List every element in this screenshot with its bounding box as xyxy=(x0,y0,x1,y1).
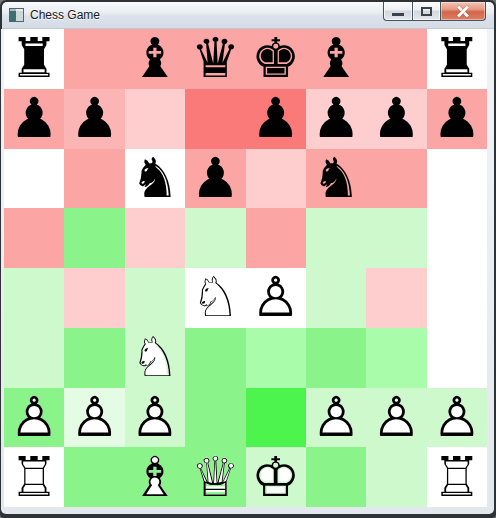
square-g7[interactable]: ♟ xyxy=(366,89,426,149)
square-e8[interactable]: ♚ xyxy=(246,29,306,89)
square-h3[interactable] xyxy=(427,328,487,388)
piece-white-rook-fill: ♜ xyxy=(427,447,487,507)
square-b5[interactable] xyxy=(64,208,124,268)
maximize-button[interactable] xyxy=(412,2,441,21)
piece-white-rook: ♖ xyxy=(427,447,487,507)
square-d6[interactable]: ♟ xyxy=(185,149,245,209)
piece-white-pawn-fill: ♟ xyxy=(4,388,64,448)
piece-white-knight: ♘ xyxy=(185,268,245,328)
square-a5[interactable] xyxy=(4,208,64,268)
maximize-icon xyxy=(421,7,432,16)
square-b8[interactable] xyxy=(64,29,124,89)
chess-game-window: Chess Game ♜♝♛♚♝♜♟♟♟♟♟♟♞♟♞♞♘♟♙♞♘♟♙♟♙♟♙♟♙… xyxy=(0,0,496,518)
piece-black-knight: ♞ xyxy=(306,149,366,209)
square-a1[interactable]: ♜♖ xyxy=(4,447,64,507)
square-h2[interactable]: ♟♙ xyxy=(427,388,487,448)
square-e4[interactable]: ♟♙ xyxy=(246,268,306,328)
minimize-icon xyxy=(392,13,404,16)
square-f8[interactable]: ♝ xyxy=(306,29,366,89)
square-f3[interactable] xyxy=(306,328,366,388)
square-e5[interactable] xyxy=(246,208,306,268)
square-e3[interactable] xyxy=(246,328,306,388)
square-g3[interactable] xyxy=(366,328,426,388)
piece-white-king: ♔ xyxy=(246,447,306,507)
square-g5[interactable] xyxy=(366,208,426,268)
square-e2[interactable] xyxy=(246,388,306,448)
square-f2[interactable]: ♟♙ xyxy=(306,388,366,448)
square-b1[interactable] xyxy=(64,447,124,507)
piece-white-pawn-fill: ♟ xyxy=(246,268,306,328)
square-g1[interactable] xyxy=(366,447,426,507)
piece-white-queen: ♕ xyxy=(185,447,245,507)
minimize-button[interactable] xyxy=(383,2,412,21)
piece-white-pawn: ♙ xyxy=(306,388,366,448)
square-b2[interactable]: ♟♙ xyxy=(64,388,124,448)
square-a2[interactable]: ♟♙ xyxy=(4,388,64,448)
piece-black-king: ♚ xyxy=(246,29,306,89)
square-d1[interactable]: ♛♕ xyxy=(185,447,245,507)
square-d2[interactable] xyxy=(185,388,245,448)
square-f4[interactable] xyxy=(306,268,366,328)
square-e6[interactable] xyxy=(246,149,306,209)
square-b3[interactable] xyxy=(64,328,124,388)
piece-black-pawn: ♟ xyxy=(306,89,366,149)
square-e1[interactable]: ♚♔ xyxy=(246,447,306,507)
square-h1[interactable]: ♜♖ xyxy=(427,447,487,507)
square-g4[interactable] xyxy=(366,268,426,328)
application-icon[interactable] xyxy=(9,8,24,22)
piece-white-bishop-fill: ♝ xyxy=(125,447,185,507)
square-c7[interactable] xyxy=(125,89,185,149)
piece-white-pawn: ♙ xyxy=(246,268,306,328)
window-controls xyxy=(383,2,486,22)
piece-white-pawn-fill: ♟ xyxy=(306,388,366,448)
square-g8[interactable] xyxy=(366,29,426,89)
square-g2[interactable]: ♟♙ xyxy=(366,388,426,448)
window-title: Chess Game xyxy=(30,8,100,22)
piece-white-pawn-fill: ♟ xyxy=(125,388,185,448)
square-d3[interactable] xyxy=(185,328,245,388)
square-b6[interactable] xyxy=(64,149,124,209)
window-content: ♜♝♛♚♝♜♟♟♟♟♟♟♞♟♞♞♘♟♙♞♘♟♙♟♙♟♙♟♙♟♙♟♙♜♖♝♗♛♕♚… xyxy=(1,29,494,514)
piece-black-bishop: ♝ xyxy=(125,29,185,89)
square-h7[interactable]: ♟ xyxy=(427,89,487,149)
piece-white-rook-fill: ♜ xyxy=(4,447,64,507)
piece-black-pawn: ♟ xyxy=(366,89,426,149)
piece-white-pawn-fill: ♟ xyxy=(366,388,426,448)
square-c1[interactable]: ♝♗ xyxy=(125,447,185,507)
square-a7[interactable]: ♟ xyxy=(4,89,64,149)
square-h8[interactable]: ♜ xyxy=(427,29,487,89)
square-b7[interactable]: ♟ xyxy=(64,89,124,149)
piece-white-pawn: ♙ xyxy=(4,388,64,448)
piece-white-pawn: ♙ xyxy=(64,388,124,448)
close-icon xyxy=(455,5,471,17)
square-d7[interactable] xyxy=(185,89,245,149)
piece-black-pawn: ♟ xyxy=(427,89,487,149)
piece-white-pawn: ♙ xyxy=(366,388,426,448)
square-c6[interactable]: ♞ xyxy=(125,149,185,209)
square-d5[interactable] xyxy=(185,208,245,268)
square-f7[interactable]: ♟ xyxy=(306,89,366,149)
square-b4[interactable] xyxy=(64,268,124,328)
piece-white-knight: ♘ xyxy=(125,328,185,388)
square-a8[interactable]: ♜ xyxy=(4,29,64,89)
square-a4[interactable] xyxy=(4,268,64,328)
piece-white-pawn-fill: ♟ xyxy=(427,388,487,448)
square-h4[interactable] xyxy=(427,268,487,328)
square-c3[interactable]: ♞♘ xyxy=(125,328,185,388)
square-d8[interactable]: ♛ xyxy=(185,29,245,89)
piece-white-knight-fill: ♞ xyxy=(125,328,185,388)
square-c5[interactable] xyxy=(125,208,185,268)
piece-black-queen: ♛ xyxy=(185,29,245,89)
piece-black-pawn: ♟ xyxy=(4,89,64,149)
square-h6[interactable] xyxy=(427,149,487,209)
square-c2[interactable]: ♟♙ xyxy=(125,388,185,448)
piece-black-rook: ♜ xyxy=(4,29,64,89)
square-c8[interactable]: ♝ xyxy=(125,29,185,89)
piece-black-pawn: ♟ xyxy=(64,89,124,149)
piece-white-king-fill: ♚ xyxy=(246,447,306,507)
square-f6[interactable]: ♞ xyxy=(306,149,366,209)
square-d4[interactable]: ♞♘ xyxy=(185,268,245,328)
piece-white-pawn: ♙ xyxy=(125,388,185,448)
piece-black-pawn: ♟ xyxy=(246,89,306,149)
square-h5[interactable] xyxy=(427,208,487,268)
title-bar[interactable]: Chess Game xyxy=(2,2,494,29)
piece-white-pawn-fill: ♟ xyxy=(64,388,124,448)
piece-white-queen-fill: ♛ xyxy=(185,447,245,507)
piece-white-rook: ♖ xyxy=(4,447,64,507)
square-f1[interactable] xyxy=(306,447,366,507)
piece-black-pawn: ♟ xyxy=(185,149,245,209)
square-e7[interactable]: ♟ xyxy=(246,89,306,149)
piece-white-knight-fill: ♞ xyxy=(185,268,245,328)
square-f5[interactable] xyxy=(306,208,366,268)
piece-black-rook: ♜ xyxy=(427,29,487,89)
piece-white-pawn: ♙ xyxy=(427,388,487,448)
piece-black-knight: ♞ xyxy=(125,149,185,209)
piece-white-bishop: ♗ xyxy=(125,447,185,507)
chess-board: ♜♝♛♚♝♜♟♟♟♟♟♟♞♟♞♞♘♟♙♞♘♟♙♟♙♟♙♟♙♟♙♟♙♜♖♝♗♛♕♚… xyxy=(4,29,487,507)
square-a6[interactable] xyxy=(4,149,64,209)
square-g6[interactable] xyxy=(366,149,426,209)
close-button[interactable] xyxy=(441,2,486,21)
piece-black-bishop: ♝ xyxy=(306,29,366,89)
square-c4[interactable] xyxy=(125,268,185,328)
square-a3[interactable] xyxy=(4,328,64,388)
